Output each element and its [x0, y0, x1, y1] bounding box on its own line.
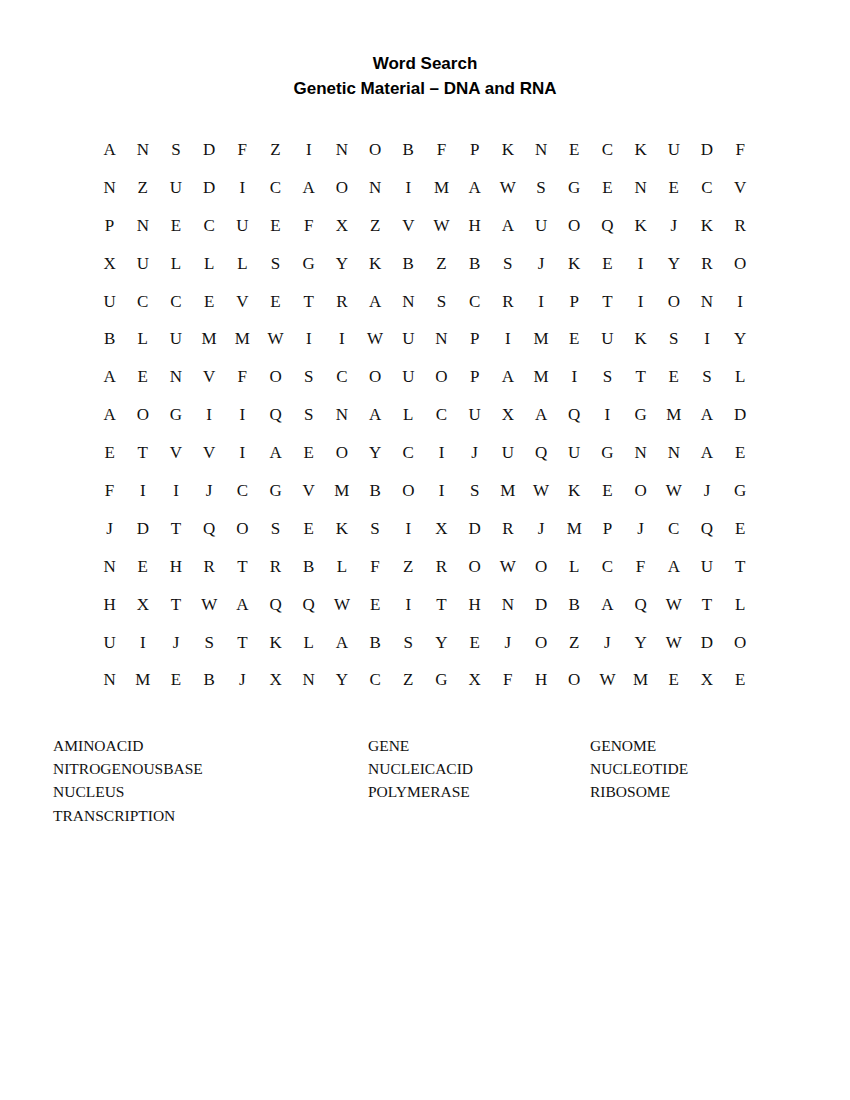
- grid-cell-r1c9: O: [359, 131, 392, 169]
- grid-cell-r10c3: I: [159, 472, 192, 510]
- grid-cell-r12c17: F: [624, 548, 657, 586]
- grid-cell-r9c15: U: [558, 434, 591, 472]
- word-item: RIBOSOME: [590, 780, 803, 803]
- grid-cell-r6c6: W: [259, 320, 292, 358]
- puzzle-title-line2: Genetic Material – DNA and RNA: [0, 76, 850, 101]
- grid-cell-r14c18: W: [657, 624, 690, 662]
- grid-cell-r3c7: F: [292, 207, 325, 245]
- grid-cell-r4c8: Y: [325, 245, 358, 283]
- grid-cell-r15c3: E: [159, 661, 192, 699]
- grid-cell-r1c7: I: [292, 131, 325, 169]
- grid-cell-r7c7: S: [292, 358, 325, 396]
- grid-cell-r13c16: A: [591, 586, 624, 624]
- grid-cell-r4c2: U: [126, 245, 159, 283]
- grid-cell-r10c7: V: [292, 472, 325, 510]
- grid-cell-r15c2: M: [126, 661, 159, 699]
- grid-cell-r15c17: M: [624, 661, 657, 699]
- grid-cell-r6c16: U: [591, 320, 624, 358]
- grid-cell-r15c15: O: [558, 661, 591, 699]
- grid-cell-r13c7: Q: [292, 586, 325, 624]
- grid-cell-r8c14: A: [524, 396, 557, 434]
- grid-cell-r14c14: O: [524, 624, 557, 662]
- puzzle-title-line1: Word Search: [0, 51, 850, 76]
- grid-cell-r6c14: M: [524, 320, 557, 358]
- grid-cell-r7c11: O: [425, 358, 458, 396]
- grid-cell-r6c11: N: [425, 320, 458, 358]
- grid-cell-r11c1: J: [93, 510, 126, 548]
- grid-cell-r3c3: E: [159, 207, 192, 245]
- grid-cell-r6c8: I: [325, 320, 358, 358]
- grid-cell-r15c5: J: [226, 661, 259, 699]
- word-item: GENE: [368, 734, 590, 757]
- grid-cell-r3c14: U: [524, 207, 557, 245]
- grid-cell-r4c12: B: [458, 245, 491, 283]
- grid-cell-r6c15: E: [558, 320, 591, 358]
- grid-cell-r8c17: G: [624, 396, 657, 434]
- grid-cell-r2c13: W: [491, 169, 524, 207]
- grid-cell-r10c18: W: [657, 472, 690, 510]
- grid-cell-r10c10: O: [392, 472, 425, 510]
- grid-cell-r6c10: U: [392, 320, 425, 358]
- grid-cell-r8c15: Q: [558, 396, 591, 434]
- grid-cell-r14c12: E: [458, 624, 491, 662]
- grid-cell-r7c4: V: [193, 358, 226, 396]
- grid-cell-r10c14: W: [524, 472, 557, 510]
- grid-cell-r12c18: A: [657, 548, 690, 586]
- grid-cell-r3c15: O: [558, 207, 591, 245]
- grid-cell-r7c1: A: [93, 358, 126, 396]
- grid-cell-r11c5: O: [226, 510, 259, 548]
- grid-cell-r5c10: N: [392, 283, 425, 321]
- grid-cell-r13c20: L: [724, 586, 757, 624]
- grid-cell-r13c10: I: [392, 586, 425, 624]
- grid-cell-r1c17: K: [624, 131, 657, 169]
- grid-cell-r6c12: P: [458, 320, 491, 358]
- grid-cell-r11c18: C: [657, 510, 690, 548]
- grid-cell-r2c15: G: [558, 169, 591, 207]
- grid-cell-r13c17: Q: [624, 586, 657, 624]
- grid-cell-r2c18: E: [657, 169, 690, 207]
- grid-cell-r10c4: J: [193, 472, 226, 510]
- grid-cell-r2c3: U: [159, 169, 192, 207]
- grid-cell-r15c13: F: [491, 661, 524, 699]
- grid-cell-r6c13: I: [491, 320, 524, 358]
- grid-cell-r1c1: A: [93, 131, 126, 169]
- grid-cell-r15c11: G: [425, 661, 458, 699]
- word-list-column-1: AMINOACIDNITROGENOUSBASENUCLEUSTRANSCRIP…: [53, 734, 368, 827]
- grid-cell-r11c12: D: [458, 510, 491, 548]
- grid-cell-r3c19: K: [690, 207, 723, 245]
- grid-cell-r7c2: E: [126, 358, 159, 396]
- grid-cell-r11c10: I: [392, 510, 425, 548]
- grid-cell-r3c6: E: [259, 207, 292, 245]
- grid-cell-r15c9: C: [359, 661, 392, 699]
- grid-cell-r8c6: Q: [259, 396, 292, 434]
- grid-cell-r9c11: I: [425, 434, 458, 472]
- grid-cell-r2c8: O: [325, 169, 358, 207]
- grid-cell-r2c11: M: [425, 169, 458, 207]
- grid-cell-r2c12: A: [458, 169, 491, 207]
- grid-cell-r14c4: S: [193, 624, 226, 662]
- grid-cell-r7c19: S: [690, 358, 723, 396]
- grid-cell-r1c4: D: [193, 131, 226, 169]
- grid-cell-r4c3: L: [159, 245, 192, 283]
- grid-cell-r2c16: E: [591, 169, 624, 207]
- grid-cell-r5c17: I: [624, 283, 657, 321]
- grid-cell-r14c7: L: [292, 624, 325, 662]
- grid-cell-r3c16: Q: [591, 207, 624, 245]
- grid-cell-r13c6: Q: [259, 586, 292, 624]
- grid-cell-r13c4: W: [193, 586, 226, 624]
- grid-cell-r12c10: Z: [392, 548, 425, 586]
- grid-cell-r2c1: N: [93, 169, 126, 207]
- grid-cell-r8c19: A: [690, 396, 723, 434]
- grid-cell-r2c20: V: [724, 169, 757, 207]
- grid-cell-r6c5: M: [226, 320, 259, 358]
- grid-cell-r7c20: L: [724, 358, 757, 396]
- grid-cell-r13c1: H: [93, 586, 126, 624]
- grid-cell-r5c18: O: [657, 283, 690, 321]
- grid-cell-r4c5: L: [226, 245, 259, 283]
- grid-cell-r4c13: S: [491, 245, 524, 283]
- grid-cell-r2c9: N: [359, 169, 392, 207]
- grid-cell-r4c19: R: [690, 245, 723, 283]
- grid-cell-r12c5: T: [226, 548, 259, 586]
- grid-cell-r15c10: Z: [392, 661, 425, 699]
- grid-cell-r10c8: M: [325, 472, 358, 510]
- word-list-column-3: GENOMENUCLEOTIDERIBOSOME: [590, 734, 803, 804]
- grid-cell-r10c1: F: [93, 472, 126, 510]
- grid-cell-r13c8: W: [325, 586, 358, 624]
- grid-cell-r15c7: N: [292, 661, 325, 699]
- grid-cell-r9c1: E: [93, 434, 126, 472]
- grid-cell-r7c13: A: [491, 358, 524, 396]
- grid-cell-r8c13: X: [491, 396, 524, 434]
- grid-cell-r4c10: B: [392, 245, 425, 283]
- grid-cell-r10c20: G: [724, 472, 757, 510]
- grid-cell-r1c10: B: [392, 131, 425, 169]
- grid-cell-r2c6: C: [259, 169, 292, 207]
- grid-cell-r5c14: I: [524, 283, 557, 321]
- grid-cell-r7c6: O: [259, 358, 292, 396]
- grid-cell-r14c5: T: [226, 624, 259, 662]
- grid-cell-r13c15: B: [558, 586, 591, 624]
- grid-cell-r15c8: Y: [325, 661, 358, 699]
- grid-cell-r8c20: D: [724, 396, 757, 434]
- grid-cell-r4c20: O: [724, 245, 757, 283]
- grid-cell-r11c6: S: [259, 510, 292, 548]
- grid-cell-r13c5: A: [226, 586, 259, 624]
- grid-cell-r9c13: U: [491, 434, 524, 472]
- grid-cell-r11c16: P: [591, 510, 624, 548]
- grid-cell-r3c17: K: [624, 207, 657, 245]
- grid-cell-r1c6: Z: [259, 131, 292, 169]
- grid-cell-r11c3: T: [159, 510, 192, 548]
- grid-cell-r5c16: T: [591, 283, 624, 321]
- grid-cell-r4c4: L: [193, 245, 226, 283]
- grid-cell-r14c19: D: [690, 624, 723, 662]
- grid-cell-r4c9: K: [359, 245, 392, 283]
- grid-cell-r12c8: L: [325, 548, 358, 586]
- grid-cell-r1c13: K: [491, 131, 524, 169]
- grid-cell-r4c6: S: [259, 245, 292, 283]
- grid-cell-r15c16: W: [591, 661, 624, 699]
- grid-cell-r10c11: I: [425, 472, 458, 510]
- grid-cell-r2c14: S: [524, 169, 557, 207]
- word-item: NITROGENOUSBASE: [53, 757, 368, 780]
- grid-cell-r14c16: J: [591, 624, 624, 662]
- grid-cell-r1c15: E: [558, 131, 591, 169]
- grid-cell-r14c1: U: [93, 624, 126, 662]
- grid-cell-r6c1: B: [93, 320, 126, 358]
- grid-cell-r5c11: S: [425, 283, 458, 321]
- grid-cell-r11c19: Q: [690, 510, 723, 548]
- grid-cell-r14c13: J: [491, 624, 524, 662]
- grid-cell-r11c11: X: [425, 510, 458, 548]
- grid-cell-r4c1: X: [93, 245, 126, 283]
- grid-cell-r8c18: M: [657, 396, 690, 434]
- grid-cell-r12c2: E: [126, 548, 159, 586]
- grid-cell-r7c14: M: [524, 358, 557, 396]
- grid-cell-r5c3: C: [159, 283, 192, 321]
- grid-cell-r14c15: Z: [558, 624, 591, 662]
- grid-cell-r11c8: K: [325, 510, 358, 548]
- word-item: NUCLEUS: [53, 780, 368, 803]
- grid-cell-r6c20: Y: [724, 320, 757, 358]
- grid-cell-r7c10: U: [392, 358, 425, 396]
- grid-cell-r15c20: E: [724, 661, 757, 699]
- grid-cell-r9c3: V: [159, 434, 192, 472]
- grid-cell-r5c19: N: [690, 283, 723, 321]
- grid-cell-r1c5: F: [226, 131, 259, 169]
- grid-cell-r8c2: O: [126, 396, 159, 434]
- grid-cell-r3c2: N: [126, 207, 159, 245]
- grid-cell-r12c4: R: [193, 548, 226, 586]
- grid-cell-r9c20: E: [724, 434, 757, 472]
- grid-cell-r5c8: R: [325, 283, 358, 321]
- grid-cell-r1c19: D: [690, 131, 723, 169]
- word-item: TRANSCRIPTION: [53, 804, 368, 827]
- grid-cell-r1c20: F: [724, 131, 757, 169]
- grid-cell-r3c13: A: [491, 207, 524, 245]
- grid-cell-r3c10: V: [392, 207, 425, 245]
- grid-cell-r5c6: E: [259, 283, 292, 321]
- grid-cell-r11c4: Q: [193, 510, 226, 548]
- grid-cell-r14c6: K: [259, 624, 292, 662]
- grid-cell-r2c7: A: [292, 169, 325, 207]
- grid-cell-r9c8: O: [325, 434, 358, 472]
- grid-cell-r11c14: J: [524, 510, 557, 548]
- grid-cell-r9c17: N: [624, 434, 657, 472]
- grid-cell-r1c18: U: [657, 131, 690, 169]
- grid-cell-r8c10: L: [392, 396, 425, 434]
- grid-cell-r3c18: J: [657, 207, 690, 245]
- grid-cell-r12c19: U: [690, 548, 723, 586]
- grid-cell-r5c13: R: [491, 283, 524, 321]
- word-item: POLYMERASE: [368, 780, 590, 803]
- grid-cell-r9c4: V: [193, 434, 226, 472]
- grid-cell-r11c13: R: [491, 510, 524, 548]
- grid-cell-r15c12: X: [458, 661, 491, 699]
- grid-cell-r10c15: K: [558, 472, 591, 510]
- grid-cell-r2c2: Z: [126, 169, 159, 207]
- grid-cell-r9c2: T: [126, 434, 159, 472]
- grid-cell-r9c12: J: [458, 434, 491, 472]
- grid-cell-r7c9: O: [359, 358, 392, 396]
- grid-cell-r15c6: X: [259, 661, 292, 699]
- grid-cell-r8c16: I: [591, 396, 624, 434]
- grid-cell-r13c14: D: [524, 586, 557, 624]
- grid-cell-r8c8: N: [325, 396, 358, 434]
- grid-cell-r3c9: Z: [359, 207, 392, 245]
- grid-cell-r4c14: J: [524, 245, 557, 283]
- grid-cell-r9c7: E: [292, 434, 325, 472]
- grid-cell-r5c15: P: [558, 283, 591, 321]
- grid-cell-r14c20: O: [724, 624, 757, 662]
- grid-cell-r9c14: Q: [524, 434, 557, 472]
- grid-cell-r11c2: D: [126, 510, 159, 548]
- grid-cell-r10c12: S: [458, 472, 491, 510]
- grid-cell-r6c9: W: [359, 320, 392, 358]
- grid-cell-r14c9: B: [359, 624, 392, 662]
- grid-cell-r9c19: A: [690, 434, 723, 472]
- grid-cell-r7c8: C: [325, 358, 358, 396]
- grid-cell-r8c11: C: [425, 396, 458, 434]
- grid-cell-r5c1: U: [93, 283, 126, 321]
- grid-cell-r5c12: C: [458, 283, 491, 321]
- word-item: NUCLEOTIDE: [590, 757, 803, 780]
- grid-cell-r11c17: J: [624, 510, 657, 548]
- grid-cell-r4c17: I: [624, 245, 657, 283]
- grid-cell-r6c18: S: [657, 320, 690, 358]
- grid-cell-r14c10: S: [392, 624, 425, 662]
- grid-cell-r8c9: A: [359, 396, 392, 434]
- grid-cell-r11c9: S: [359, 510, 392, 548]
- grid-cell-r4c18: Y: [657, 245, 690, 283]
- grid-cell-r13c13: N: [491, 586, 524, 624]
- grid-cell-r2c4: D: [193, 169, 226, 207]
- word-list-column-2: GENENUCLEICACIDPOLYMERASE: [368, 734, 590, 804]
- grid-cell-r7c15: I: [558, 358, 591, 396]
- grid-cell-r11c15: M: [558, 510, 591, 548]
- grid-cell-r12c7: B: [292, 548, 325, 586]
- grid-cell-r5c7: T: [292, 283, 325, 321]
- grid-cell-r7c3: N: [159, 358, 192, 396]
- word-item: NUCLEICACID: [368, 757, 590, 780]
- grid-cell-r6c2: L: [126, 320, 159, 358]
- grid-cell-r7c17: T: [624, 358, 657, 396]
- grid-cell-r3c20: R: [724, 207, 757, 245]
- grid-cell-r4c16: E: [591, 245, 624, 283]
- grid-cell-r9c18: N: [657, 434, 690, 472]
- grid-cell-r7c5: F: [226, 358, 259, 396]
- grid-cell-r8c12: U: [458, 396, 491, 434]
- grid-cell-r1c8: N: [325, 131, 358, 169]
- grid-cell-r9c10: C: [392, 434, 425, 472]
- grid-cell-r8c5: I: [226, 396, 259, 434]
- grid-cell-r14c8: A: [325, 624, 358, 662]
- word-list: AMINOACIDNITROGENOUSBASENUCLEUSTRANSCRIP…: [53, 734, 803, 827]
- grid-cell-r9c6: A: [259, 434, 292, 472]
- grid-cell-r7c16: S: [591, 358, 624, 396]
- grid-cell-r1c16: C: [591, 131, 624, 169]
- grid-cell-r11c20: E: [724, 510, 757, 548]
- grid-cell-r3c4: C: [193, 207, 226, 245]
- grid-cell-r9c5: I: [226, 434, 259, 472]
- grid-cell-r2c17: N: [624, 169, 657, 207]
- grid-cell-r3c5: U: [226, 207, 259, 245]
- grid-cell-r13c19: T: [690, 586, 723, 624]
- grid-cell-r10c9: B: [359, 472, 392, 510]
- grid-cell-r3c11: W: [425, 207, 458, 245]
- grid-cell-r8c7: S: [292, 396, 325, 434]
- grid-cell-r4c7: G: [292, 245, 325, 283]
- grid-cell-r6c7: I: [292, 320, 325, 358]
- grid-cell-r10c19: J: [690, 472, 723, 510]
- grid-cell-r12c1: N: [93, 548, 126, 586]
- grid-cell-r8c1: A: [93, 396, 126, 434]
- worksheet-page: Word Search Genetic Material – DNA and R…: [0, 0, 850, 1100]
- grid-cell-r5c4: E: [193, 283, 226, 321]
- grid-cell-r1c3: S: [159, 131, 192, 169]
- word-item: AMINOACID: [53, 734, 368, 757]
- grid-cell-r13c3: T: [159, 586, 192, 624]
- word-search-grid: ANSDFZINOBFPKNECKUDFNZUDICAONIMAWSGENECV…: [93, 131, 757, 699]
- grid-cell-r10c2: I: [126, 472, 159, 510]
- grid-cell-r5c9: A: [359, 283, 392, 321]
- grid-cell-r4c15: K: [558, 245, 591, 283]
- grid-cell-r12c9: F: [359, 548, 392, 586]
- grid-cell-r8c4: I: [193, 396, 226, 434]
- grid-cell-r6c4: M: [193, 320, 226, 358]
- grid-cell-r12c3: H: [159, 548, 192, 586]
- word-item: GENOME: [590, 734, 803, 757]
- grid-cell-r12c6: R: [259, 548, 292, 586]
- grid-cell-r10c17: O: [624, 472, 657, 510]
- grid-cell-r2c5: I: [226, 169, 259, 207]
- grid-cell-r10c13: M: [491, 472, 524, 510]
- grid-cell-r9c9: Y: [359, 434, 392, 472]
- grid-cell-r12c16: C: [591, 548, 624, 586]
- grid-cell-r12c20: T: [724, 548, 757, 586]
- grid-cell-r7c12: P: [458, 358, 491, 396]
- grid-cell-r14c2: I: [126, 624, 159, 662]
- grid-cell-r3c12: H: [458, 207, 491, 245]
- grid-cell-r15c19: X: [690, 661, 723, 699]
- grid-cell-r14c3: J: [159, 624, 192, 662]
- grid-cell-r12c13: W: [491, 548, 524, 586]
- grid-cell-r5c5: V: [226, 283, 259, 321]
- grid-cell-r15c18: E: [657, 661, 690, 699]
- grid-cell-r15c4: B: [193, 661, 226, 699]
- grid-cell-r6c17: K: [624, 320, 657, 358]
- grid-cell-r10c6: G: [259, 472, 292, 510]
- grid-cell-r13c12: H: [458, 586, 491, 624]
- grid-cell-r2c10: I: [392, 169, 425, 207]
- grid-cell-r13c18: W: [657, 586, 690, 624]
- grid-cell-r12c12: O: [458, 548, 491, 586]
- grid-cell-r14c17: Y: [624, 624, 657, 662]
- grid-cell-r11c7: E: [292, 510, 325, 548]
- puzzle-title: Word Search Genetic Material – DNA and R…: [0, 51, 850, 101]
- grid-cell-r14c11: Y: [425, 624, 458, 662]
- grid-cell-r1c2: N: [126, 131, 159, 169]
- grid-cell-r15c14: H: [524, 661, 557, 699]
- grid-cell-r13c9: E: [359, 586, 392, 624]
- grid-cell-r12c15: L: [558, 548, 591, 586]
- grid-cell-r1c11: F: [425, 131, 458, 169]
- grid-cell-r4c11: Z: [425, 245, 458, 283]
